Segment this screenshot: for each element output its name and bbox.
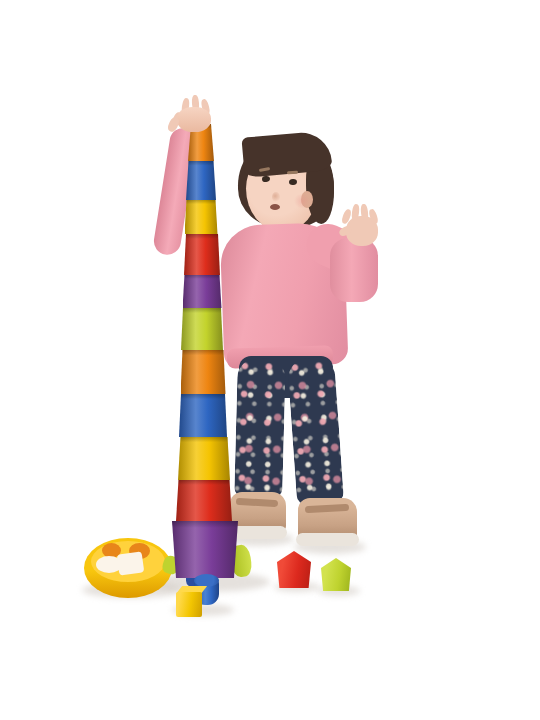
child-right-leg-legging [287,356,344,505]
child-right-hand-finger [360,204,369,222]
stacking-cup-lime [181,308,223,350]
stacking-cup-orange [181,350,226,394]
sorter-cutout-square [117,551,145,575]
child-cheek-blush [293,194,311,208]
stacking-cup-purple [172,521,238,578]
child-mouth [270,204,280,210]
child-nose [272,192,280,202]
child-left-leg-legging [234,357,286,498]
child-right-forearm-sleeve [330,238,378,302]
lime-house-block [321,558,351,591]
yellow-cube-block [176,592,202,617]
stacking-cup-purple [183,275,222,308]
child-right-shoe-sole [296,533,359,546]
stacking-cup-blue [179,394,227,437]
red-house-block [277,551,311,588]
stacking-cup-yellow [185,200,218,234]
child-left-hand [177,107,211,132]
product-photo [0,0,540,720]
stacking-cup-yellow [178,437,230,480]
stacking-cup-red [184,234,220,275]
stacking-cup-blue [186,161,216,200]
stacking-cup-red [176,480,232,521]
